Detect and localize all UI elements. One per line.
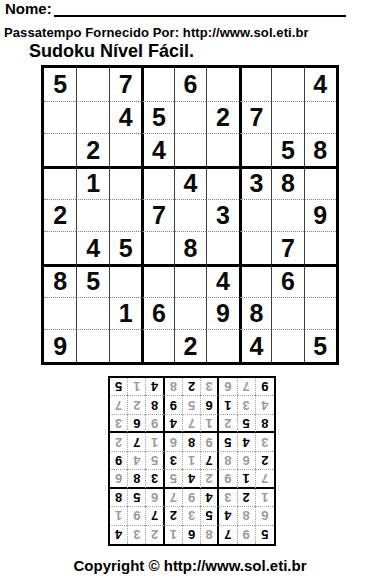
empty-cell-r6c6[interactable] — [206, 231, 238, 264]
name-field-row: Nome: — [5, 1, 346, 17]
given-cell-r8c4: 6 — [141, 297, 173, 330]
sudoku-puzzle-grid: 576445272458143827394587854616989245 — [41, 65, 339, 365]
solution-cell-r1c8: 3 — [128, 526, 146, 544]
given-cell-r2c3: 4 — [109, 101, 141, 134]
given-cell-r9c5: 2 — [174, 329, 206, 362]
given-cell-r1c3: 7 — [109, 68, 141, 101]
solution-cell-r4c9: 6 — [110, 470, 128, 488]
given-cell-r6c8: 7 — [271, 231, 303, 264]
empty-cell-r7c3[interactable] — [109, 264, 141, 297]
given-cell-r7c6: 4 — [206, 264, 238, 297]
solution-cell-r8c1: 4 — [256, 396, 274, 414]
given-cell-r3c2: 2 — [76, 133, 108, 166]
solution-cell-r3c8: 5 — [128, 489, 146, 507]
empty-cell-r9c6[interactable] — [206, 329, 238, 362]
empty-cell-r6c7[interactable] — [239, 231, 271, 264]
empty-cell-r3c6[interactable] — [206, 133, 238, 166]
given-cell-r1c1: 5 — [44, 68, 76, 101]
empty-cell-r2c2[interactable] — [76, 101, 108, 134]
given-cell-r3c8: 5 — [271, 133, 303, 166]
solution-cell-r9c8: 1 — [128, 378, 146, 396]
empty-cell-r9c8[interactable] — [271, 329, 303, 362]
solution-cell-r5c9: 9 — [110, 452, 128, 470]
given-cell-r7c8: 6 — [271, 264, 303, 297]
empty-cell-r2c8[interactable] — [271, 101, 303, 134]
empty-cell-r3c5[interactable] — [174, 133, 206, 166]
solution-cell-r7c1: 8 — [256, 415, 274, 433]
solution-cell-r3c6: 7 — [165, 489, 183, 507]
empty-cell-r1c2[interactable] — [76, 68, 108, 101]
empty-cell-r3c7[interactable] — [239, 133, 271, 166]
solution-cell-r6c9: 2 — [110, 433, 128, 451]
empty-cell-r1c7[interactable] — [239, 68, 271, 101]
empty-cell-r5c5[interactable] — [174, 199, 206, 232]
empty-cell-r8c8[interactable] — [271, 297, 303, 330]
solution-cell-r3c9: 8 — [110, 489, 128, 507]
solution-cell-r8c7: 8 — [146, 396, 164, 414]
empty-cell-r7c9[interactable] — [304, 264, 336, 297]
solution-cell-r1c1: 5 — [256, 526, 274, 544]
solution-cell-r6c3: 5 — [219, 433, 237, 451]
given-cell-r4c7: 3 — [239, 166, 271, 199]
solution-cell-r9c1: 9 — [256, 378, 274, 396]
solution-cell-r2c1: 6 — [256, 507, 274, 525]
solution-cell-r4c3: 9 — [219, 470, 237, 488]
solution-cell-r9c7: 4 — [146, 378, 164, 396]
solution-cell-r8c2: 3 — [238, 396, 256, 414]
empty-cell-r2c5[interactable] — [174, 101, 206, 134]
solution-cell-r3c3: 3 — [219, 489, 237, 507]
name-blank-line[interactable] — [54, 1, 346, 17]
given-cell-r7c1: 8 — [44, 264, 76, 297]
solution-cell-r6c8: 7 — [128, 433, 146, 451]
given-cell-r4c8: 8 — [271, 166, 303, 199]
sudoku-solution-grid-upside-down: 5978612346845327911234976587192453862687… — [108, 376, 276, 546]
solution-cell-r2c3: 4 — [219, 507, 237, 525]
solution-cell-r7c3: 2 — [219, 415, 237, 433]
solution-cell-r5c6: 3 — [165, 452, 183, 470]
solution-cell-r5c5: 1 — [183, 452, 201, 470]
solution-cell-r4c4: 2 — [201, 470, 219, 488]
empty-cell-r9c2[interactable] — [76, 329, 108, 362]
given-cell-r2c6: 2 — [206, 101, 238, 134]
page-title: Sudoku Nível Fácil. — [29, 41, 194, 62]
given-cell-r6c2: 4 — [76, 231, 108, 264]
solution-cell-r2c7: 7 — [146, 507, 164, 525]
solution-cell-r6c1: 3 — [256, 433, 274, 451]
solution-cell-r8c8: 2 — [128, 396, 146, 414]
solution-cell-r5c8: 4 — [128, 452, 146, 470]
solution-cell-r8c5: 5 — [183, 396, 201, 414]
empty-cell-r7c5[interactable] — [174, 264, 206, 297]
empty-cell-r4c3[interactable] — [109, 166, 141, 199]
solution-cell-r6c5: 8 — [183, 433, 201, 451]
solution-cell-r6c4: 9 — [201, 433, 219, 451]
solution-cell-r5c3: 8 — [219, 452, 237, 470]
solution-cell-r6c7: 1 — [146, 433, 164, 451]
empty-cell-r2c9[interactable] — [304, 101, 336, 134]
solution-cell-r9c5: 2 — [183, 378, 201, 396]
empty-cell-r3c1[interactable] — [44, 133, 76, 166]
given-cell-r2c4: 5 — [141, 101, 173, 134]
solution-cell-r3c5: 9 — [183, 489, 201, 507]
worksheet-page: Nome: Passatempo Fornecido Por: http://w… — [0, 0, 380, 585]
solution-cell-r2c6: 2 — [165, 507, 183, 525]
solution-cell-r6c2: 4 — [238, 433, 256, 451]
solution-cell-r7c6: 4 — [165, 415, 183, 433]
empty-cell-r5c8[interactable] — [271, 199, 303, 232]
empty-cell-r1c8[interactable] — [271, 68, 303, 101]
empty-cell-r5c2[interactable] — [76, 199, 108, 232]
solution-cell-r9c6: 8 — [165, 378, 183, 396]
solution-cell-r5c7: 5 — [146, 452, 164, 470]
solution-cell-r1c9: 4 — [110, 526, 128, 544]
solution-cell-r3c4: 4 — [201, 489, 219, 507]
solution-cell-r8c6: 9 — [165, 396, 183, 414]
solution-cell-r4c5: 4 — [183, 470, 201, 488]
solution-cell-r9c2: 7 — [238, 378, 256, 396]
solution-cell-r8c9: 7 — [110, 396, 128, 414]
solution-cell-r1c6: 1 — [165, 526, 183, 544]
given-cell-r5c1: 2 — [44, 199, 76, 232]
solution-cell-r1c3: 7 — [219, 526, 237, 544]
solution-cell-r5c2: 6 — [238, 452, 256, 470]
solution-cell-r4c1: 7 — [256, 470, 274, 488]
provider-text: Passatempo Fornecido Por: http://www.sol… — [4, 25, 309, 40]
empty-cell-r8c1[interactable] — [44, 297, 76, 330]
solution-cell-r3c2: 2 — [238, 489, 256, 507]
solution-cell-r7c7: 9 — [146, 415, 164, 433]
solution-cell-r1c7: 2 — [146, 526, 164, 544]
solution-cell-r7c8: 6 — [128, 415, 146, 433]
given-cell-r8c3: 1 — [109, 297, 141, 330]
empty-cell-r1c6[interactable] — [206, 68, 238, 101]
given-cell-r3c9: 8 — [304, 133, 336, 166]
given-cell-r9c7: 4 — [239, 329, 271, 362]
solution-cell-r3c7: 6 — [146, 489, 164, 507]
solution-cell-r4c6: 5 — [165, 470, 183, 488]
copyright-text: Copyright © http://www.sol.eti.br — [0, 557, 380, 574]
given-cell-r8c6: 9 — [206, 297, 238, 330]
solution-cell-r7c4: 1 — [201, 415, 219, 433]
empty-cell-r3c3[interactable] — [109, 133, 141, 166]
empty-cell-r4c9[interactable] — [304, 166, 336, 199]
solution-cell-r9c3: 6 — [219, 378, 237, 396]
empty-cell-r4c6[interactable] — [206, 166, 238, 199]
solution-cell-r5c1: 2 — [256, 452, 274, 470]
empty-cell-r6c1[interactable] — [44, 231, 76, 264]
empty-cell-r7c7[interactable] — [239, 264, 271, 297]
empty-cell-r4c4[interactable] — [141, 166, 173, 199]
given-cell-r8c7: 8 — [239, 297, 271, 330]
solution-cell-r2c5: 3 — [183, 507, 201, 525]
solution-cell-r4c2: 1 — [238, 470, 256, 488]
given-cell-r5c9: 9 — [304, 199, 336, 232]
solution-cell-r7c5: 7 — [183, 415, 201, 433]
solution-cell-r3c1: 1 — [256, 489, 274, 507]
given-cell-r7c2: 5 — [76, 264, 108, 297]
given-cell-r5c4: 7 — [141, 199, 173, 232]
empty-cell-r8c5[interactable] — [174, 297, 206, 330]
solution-cell-r9c9: 5 — [110, 378, 128, 396]
empty-cell-r8c9[interactable] — [304, 297, 336, 330]
solution-cell-r1c4: 8 — [201, 526, 219, 544]
solution-cell-r2c2: 8 — [238, 507, 256, 525]
empty-cell-r5c3[interactable] — [109, 199, 141, 232]
solution-cell-r1c5: 6 — [183, 526, 201, 544]
solution-cell-r4c8: 8 — [128, 470, 146, 488]
solution-cell-r7c2: 5 — [238, 415, 256, 433]
given-cell-r3c4: 4 — [141, 133, 173, 166]
empty-cell-r6c9[interactable] — [304, 231, 336, 264]
empty-cell-r4c1[interactable] — [44, 166, 76, 199]
solution-cell-r8c3: 1 — [219, 396, 237, 414]
solution-cell-r6c6: 6 — [165, 433, 183, 451]
given-cell-r4c2: 1 — [76, 166, 108, 199]
solution-cell-r7c9: 3 — [110, 415, 128, 433]
given-cell-r4c5: 4 — [174, 166, 206, 199]
solution-cell-r4c7: 3 — [146, 470, 164, 488]
solution-cell-r2c4: 5 — [201, 507, 219, 525]
empty-cell-r8c2[interactable] — [76, 297, 108, 330]
given-cell-r6c5: 8 — [174, 231, 206, 264]
solution-cell-r8c4: 6 — [201, 396, 219, 414]
solution-cell-r9c4: 3 — [201, 378, 219, 396]
given-cell-r2c7: 7 — [239, 101, 271, 134]
empty-cell-r9c4[interactable] — [141, 329, 173, 362]
name-label: Nome: — [5, 1, 52, 17]
solution-cell-r5c4: 7 — [201, 452, 219, 470]
solution-cell-r2c9: 1 — [110, 507, 128, 525]
empty-cell-r6c4[interactable] — [141, 231, 173, 264]
empty-cell-r5c7[interactable] — [239, 199, 271, 232]
solution-cell-r2c8: 9 — [128, 507, 146, 525]
empty-cell-r2c1[interactable] — [44, 101, 76, 134]
empty-cell-r9c3[interactable] — [109, 329, 141, 362]
solution-cell-r1c2: 9 — [238, 526, 256, 544]
given-cell-r9c9: 5 — [304, 329, 336, 362]
empty-cell-r1c4[interactable] — [141, 68, 173, 101]
given-cell-r6c3: 5 — [109, 231, 141, 264]
given-cell-r1c5: 6 — [174, 68, 206, 101]
empty-cell-r7c4[interactable] — [141, 264, 173, 297]
given-cell-r9c1: 9 — [44, 329, 76, 362]
given-cell-r1c9: 4 — [304, 68, 336, 101]
given-cell-r5c6: 3 — [206, 199, 238, 232]
